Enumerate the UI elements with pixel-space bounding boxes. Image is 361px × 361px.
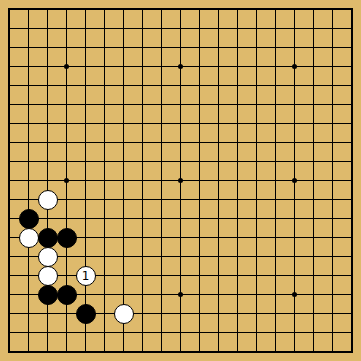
star-point-15-9: [292, 178, 297, 183]
stone-white-B7[interactable]: [19, 228, 39, 248]
star-point-15-3: [292, 64, 297, 69]
grid-line-vertical-12: [237, 9, 238, 352]
star-point-9-3: [178, 64, 183, 69]
grid-line-horizontal-14: [9, 275, 352, 276]
star-point-15-15: [292, 292, 297, 297]
stone-white-C6[interactable]: [38, 247, 58, 267]
go-board[interactable]: 1: [0, 0, 361, 361]
stone-white-E5[interactable]: 1: [76, 266, 96, 286]
stone-black-D7[interactable]: [57, 228, 77, 248]
grid-line-horizontal-11: [9, 218, 352, 219]
grid-line-vertical-17: [332, 9, 333, 352]
grid-line-vertical-14: [275, 9, 276, 352]
grid-line-vertical-16: [313, 9, 314, 352]
grid-line-vertical-10: [199, 9, 200, 352]
star-point-3-3: [64, 64, 69, 69]
grid-line-vertical-11: [218, 9, 219, 352]
stone-black-E3[interactable]: [76, 304, 96, 324]
star-point-9-15: [178, 292, 183, 297]
move-number-label: 1: [82, 270, 90, 282]
stone-black-C7[interactable]: [38, 228, 58, 248]
stone-black-C4[interactable]: [38, 285, 58, 305]
stone-black-B8[interactable]: [19, 209, 39, 229]
grid-line-horizontal-17: [9, 332, 352, 333]
stone-black-D4[interactable]: [57, 285, 77, 305]
star-point-3-9: [64, 178, 69, 183]
grid-line-horizontal-16: [9, 313, 352, 314]
stone-white-C5[interactable]: [38, 266, 58, 286]
grid-line-horizontal-13: [9, 256, 352, 257]
star-point-9-9: [178, 178, 183, 183]
stone-white-C9[interactable]: [38, 190, 58, 210]
stone-white-G3[interactable]: [114, 304, 134, 324]
grid-line-horizontal-10: [9, 199, 352, 200]
grid-line-vertical-13: [256, 9, 257, 352]
